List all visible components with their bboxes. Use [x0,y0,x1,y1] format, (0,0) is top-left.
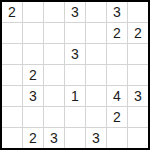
empty-cell-r7c1[interactable] [2,128,22,148]
empty-cell-r5c3[interactable] [44,86,64,106]
empty-cell-r1c2[interactable] [23,2,43,22]
clue-cell-r7c5: 3 [86,128,106,148]
clue-cell-r1c1: 2 [2,2,22,22]
empty-cell-r6c7[interactable] [128,107,148,127]
empty-cell-r6c5[interactable] [86,107,106,127]
empty-cell-r2c1[interactable] [2,23,22,43]
empty-cell-r4c1[interactable] [2,65,22,85]
empty-cell-r3c6[interactable] [107,44,127,64]
empty-cell-r5c1[interactable] [2,86,22,106]
clue-cell-r2c6: 2 [107,23,127,43]
clue-cell-r7c2: 2 [23,128,43,148]
clue-cell-r5c7: 3 [128,86,148,106]
empty-cell-r7c7[interactable] [128,128,148,148]
empty-cell-r3c3[interactable] [44,44,64,64]
clue-cell-r4c2: 2 [23,65,43,85]
empty-cell-r3c1[interactable] [2,44,22,64]
empty-cell-r7c4[interactable] [65,128,85,148]
clue-cell-r3c4: 3 [65,44,85,64]
clue-cell-r2c7: 2 [128,23,148,43]
empty-cell-r1c7[interactable] [128,2,148,22]
empty-cell-r6c4[interactable] [65,107,85,127]
empty-cell-r3c2[interactable] [23,44,43,64]
empty-cell-r6c3[interactable] [44,107,64,127]
empty-cell-r2c3[interactable] [44,23,64,43]
empty-cell-r4c3[interactable] [44,65,64,85]
empty-cell-r2c4[interactable] [65,23,85,43]
clue-cell-r5c2: 3 [23,86,43,106]
clue-cell-r7c3: 3 [44,128,64,148]
empty-cell-r5c5[interactable] [86,86,106,106]
empty-cell-r2c2[interactable] [23,23,43,43]
empty-cell-r4c6[interactable] [107,65,127,85]
empty-cell-r4c7[interactable] [128,65,148,85]
empty-cell-r2c5[interactable] [86,23,106,43]
empty-cell-r1c3[interactable] [44,2,64,22]
empty-cell-r3c7[interactable] [128,44,148,64]
clue-cell-r1c6: 3 [107,2,127,22]
clue-cell-r6c6: 2 [107,107,127,127]
empty-cell-r4c4[interactable] [65,65,85,85]
empty-cell-r4c5[interactable] [86,65,106,85]
empty-cell-r3c5[interactable] [86,44,106,64]
minesweeper-board: 233223231432233 [0,0,150,150]
empty-cell-r1c5[interactable] [86,2,106,22]
clue-cell-r5c6: 4 [107,86,127,106]
clue-cell-r5c4: 1 [65,86,85,106]
puzzle-page: 233223231432233 [0,0,150,150]
empty-cell-r6c1[interactable] [2,107,22,127]
empty-cell-r7c6[interactable] [107,128,127,148]
clue-cell-r1c4: 3 [65,2,85,22]
empty-cell-r6c2[interactable] [23,107,43,127]
